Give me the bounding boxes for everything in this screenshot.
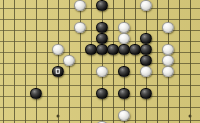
black-stone (85, 44, 96, 55)
white-stone (162, 44, 173, 55)
white-stone (118, 33, 129, 44)
black-stone (96, 0, 107, 11)
black-stone (140, 44, 151, 55)
black-stone (118, 44, 129, 55)
white-stone (140, 66, 151, 77)
black-stone (140, 33, 151, 44)
white-stone (74, 22, 85, 33)
black-stone (30, 88, 41, 99)
black-stone (96, 88, 107, 99)
black-stone (96, 22, 107, 33)
star-point (57, 114, 60, 117)
black-stone (118, 66, 129, 77)
white-stone (96, 66, 107, 77)
black-stone (129, 44, 140, 55)
white-stone (96, 121, 107, 123)
white-stone (162, 55, 173, 66)
star-point (189, 114, 192, 117)
white-stone (118, 22, 129, 33)
white-stone (162, 22, 173, 33)
black-stone (140, 55, 151, 66)
white-stone (52, 44, 63, 55)
go-board[interactable] (0, 0, 200, 123)
black-stone (96, 44, 107, 55)
white-stone (140, 0, 151, 11)
white-stone (74, 0, 85, 11)
white-stone (162, 66, 173, 77)
black-stone (118, 88, 129, 99)
last-move-marker (56, 69, 61, 74)
black-stone (107, 44, 118, 55)
black-stone (140, 88, 151, 99)
black-stone (96, 33, 107, 44)
white-stone (63, 55, 74, 66)
white-stone (118, 110, 129, 121)
black-stone (52, 66, 63, 77)
